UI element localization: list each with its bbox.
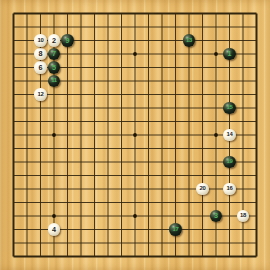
- stone-white-10: 10: [34, 34, 47, 47]
- stone-white-14: 14: [223, 129, 236, 142]
- stone-white-4: 4: [48, 223, 61, 236]
- move-number: 8: [38, 50, 42, 57]
- stone-black-1: 1: [223, 48, 236, 61]
- stone-black-9: 9: [61, 34, 74, 47]
- move-number: 11: [51, 78, 57, 84]
- stone-white-6: 6: [34, 61, 47, 74]
- move-number: 14: [227, 132, 233, 138]
- move-number: 4: [52, 226, 56, 233]
- move-number: 9: [65, 37, 69, 44]
- move-number: 19: [227, 159, 233, 165]
- stone-white-8: 8: [34, 48, 47, 61]
- stone-white-2: 2: [48, 34, 61, 47]
- stone-black-5: 5: [48, 61, 61, 74]
- stone-black-17: 17: [169, 223, 182, 236]
- move-number: 18: [240, 213, 246, 219]
- move-number: 10: [38, 37, 44, 43]
- move-number: 7: [52, 50, 56, 57]
- move-number: 12: [38, 91, 44, 97]
- move-number: 16: [227, 186, 233, 192]
- move-number: 20: [200, 186, 206, 192]
- stone-white-16: 16: [223, 183, 236, 196]
- stone-white-20: 20: [196, 183, 209, 196]
- stone-black-19: 19: [223, 156, 236, 169]
- stone-black-7: 7: [48, 48, 61, 61]
- move-number: 5: [52, 64, 56, 71]
- move-number: 1: [227, 50, 231, 57]
- go-board[interactable]: 1234567891011121314151617181920: [0, 0, 270, 270]
- move-number: 15: [227, 105, 233, 111]
- move-number: 13: [186, 37, 192, 43]
- stone-white-18: 18: [237, 210, 250, 223]
- stone-black-11: 11: [48, 75, 61, 88]
- stone-black-15: 15: [223, 102, 236, 115]
- stones-layer: 1234567891011121314151617181920: [7, 7, 264, 264]
- stone-white-12: 12: [34, 88, 47, 101]
- move-number: 17: [173, 226, 179, 232]
- move-number: 3: [214, 212, 218, 219]
- stone-black-13: 13: [183, 34, 196, 47]
- move-number: 6: [38, 64, 42, 71]
- move-number: 2: [52, 37, 56, 44]
- stone-black-3: 3: [210, 210, 223, 223]
